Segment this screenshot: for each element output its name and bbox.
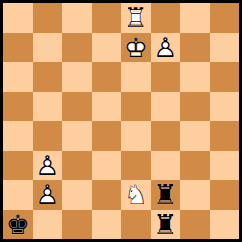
square-f1[interactable]: ♜ [151, 210, 181, 240]
square-c1[interactable] [62, 210, 92, 240]
square-d7[interactable] [92, 33, 122, 63]
square-a2[interactable] [3, 180, 33, 210]
square-h4[interactable] [210, 121, 240, 151]
white-king[interactable]: ♚♔ [121, 33, 151, 63]
square-g2[interactable] [180, 180, 210, 210]
square-h7[interactable] [210, 33, 240, 63]
chess-board-grid: ♜♖♚♔♟♙♟♙♟♙♞♘♜♚♜ [3, 3, 239, 239]
black-rook[interactable]: ♜ [151, 180, 181, 210]
square-f4[interactable] [151, 121, 181, 151]
white-pawn[interactable]: ♟♙ [33, 151, 63, 181]
square-a7[interactable] [3, 33, 33, 63]
square-h3[interactable] [210, 151, 240, 181]
square-b5[interactable] [33, 92, 63, 122]
white-knight[interactable]: ♞♘ [121, 180, 151, 210]
square-g7[interactable] [180, 33, 210, 63]
square-b4[interactable] [33, 121, 63, 151]
square-e7[interactable]: ♚♔ [121, 33, 151, 63]
square-b2[interactable]: ♟♙ [33, 180, 63, 210]
square-h8[interactable] [210, 3, 240, 33]
square-d1[interactable] [92, 210, 122, 240]
black-king[interactable]: ♚ [3, 210, 33, 240]
square-b6[interactable] [33, 62, 63, 92]
square-d3[interactable] [92, 151, 122, 181]
square-h6[interactable] [210, 62, 240, 92]
square-e4[interactable] [121, 121, 151, 151]
square-g6[interactable] [180, 62, 210, 92]
square-f6[interactable] [151, 62, 181, 92]
square-a4[interactable] [3, 121, 33, 151]
square-a3[interactable] [3, 151, 33, 181]
square-g4[interactable] [180, 121, 210, 151]
square-e6[interactable] [121, 62, 151, 92]
square-c5[interactable] [62, 92, 92, 122]
square-c7[interactable] [62, 33, 92, 63]
square-e3[interactable] [121, 151, 151, 181]
white-pawn[interactable]: ♟♙ [151, 33, 181, 63]
square-e8[interactable]: ♜♖ [121, 3, 151, 33]
square-f7[interactable]: ♟♙ [151, 33, 181, 63]
square-b3[interactable]: ♟♙ [33, 151, 63, 181]
chess-board: ♜♖♚♔♟♙♟♙♟♙♞♘♜♚♜ [0, 0, 242, 242]
square-f3[interactable] [151, 151, 181, 181]
square-h1[interactable] [210, 210, 240, 240]
square-e2[interactable]: ♞♘ [121, 180, 151, 210]
square-g3[interactable] [180, 151, 210, 181]
square-a8[interactable] [3, 3, 33, 33]
square-h5[interactable] [210, 92, 240, 122]
white-rook[interactable]: ♜♖ [121, 3, 151, 33]
square-g1[interactable] [180, 210, 210, 240]
square-d4[interactable] [92, 121, 122, 151]
square-f2[interactable]: ♜ [151, 180, 181, 210]
white-pawn[interactable]: ♟♙ [33, 180, 63, 210]
square-f5[interactable] [151, 92, 181, 122]
square-d8[interactable] [92, 3, 122, 33]
square-h2[interactable] [210, 180, 240, 210]
square-c4[interactable] [62, 121, 92, 151]
black-rook[interactable]: ♜ [151, 210, 181, 240]
square-b7[interactable] [33, 33, 63, 63]
square-d5[interactable] [92, 92, 122, 122]
square-a6[interactable] [3, 62, 33, 92]
square-c3[interactable] [62, 151, 92, 181]
square-d6[interactable] [92, 62, 122, 92]
square-e1[interactable] [121, 210, 151, 240]
square-g8[interactable] [180, 3, 210, 33]
square-a1[interactable]: ♚ [3, 210, 33, 240]
square-g5[interactable] [180, 92, 210, 122]
square-d2[interactable] [92, 180, 122, 210]
square-a5[interactable] [3, 92, 33, 122]
square-c8[interactable] [62, 3, 92, 33]
square-e5[interactable] [121, 92, 151, 122]
square-b8[interactable] [33, 3, 63, 33]
square-b1[interactable] [33, 210, 63, 240]
square-c6[interactable] [62, 62, 92, 92]
square-c2[interactable] [62, 180, 92, 210]
square-f8[interactable] [151, 3, 181, 33]
